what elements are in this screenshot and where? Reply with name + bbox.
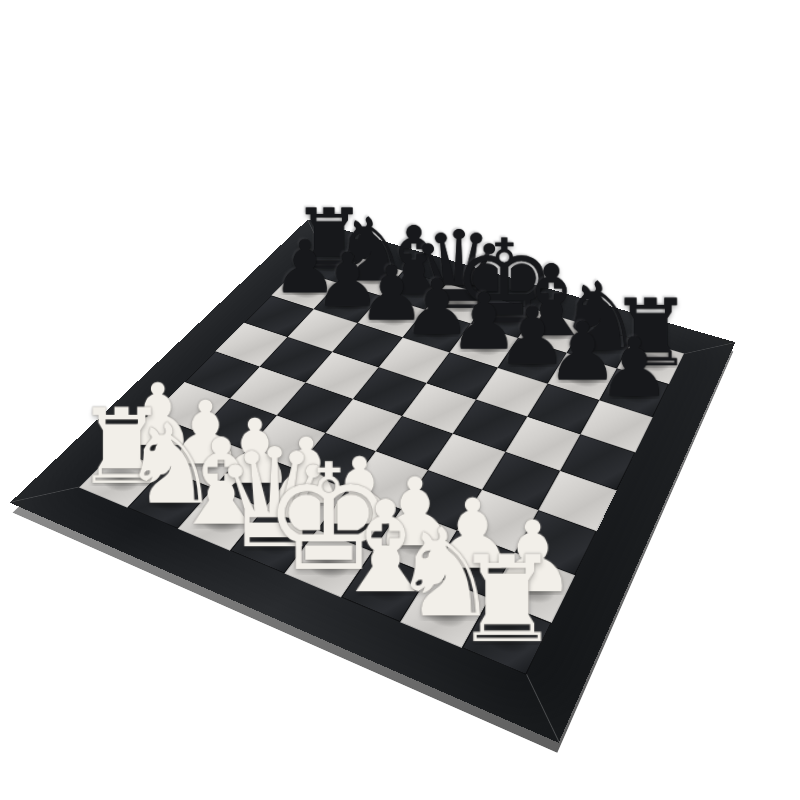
chess-board: ♜♞♝♛♚♝♞♜♟♟♟♟♟♟♟♟♟♟♟♟♟♟♟♟♜♞♝♛♚♝♞♜ xyxy=(10,220,735,743)
photo-scene: ♜♞♝♛♚♝♞♜♟♟♟♟♟♟♟♟♟♟♟♟♟♟♟♟♜♞♝♛♚♝♞♜ xyxy=(0,0,800,800)
square-h1[interactable]: ♜ xyxy=(462,598,552,675)
product-photo-page: { "game": "chess", "scene": { "type": "a… xyxy=(0,0,800,800)
square-g5[interactable] xyxy=(505,417,580,471)
square-e5[interactable] xyxy=(402,383,476,433)
square-h7[interactable]: ♟ xyxy=(599,368,669,417)
